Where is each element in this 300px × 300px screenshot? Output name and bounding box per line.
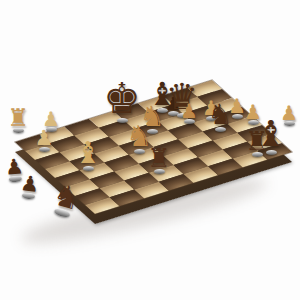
metal-base bbox=[13, 128, 24, 133]
metal-base bbox=[83, 166, 94, 171]
black-knight[interactable]: ♞ bbox=[202, 101, 238, 132]
black-rook[interactable]: ♜ bbox=[240, 128, 274, 157]
pawn-glyph: ♟ bbox=[35, 128, 54, 149]
rook-glyph: ♜ bbox=[147, 145, 170, 171]
wobble-chess-set-photo: ♜♟♟♝♞♞♟♟♟♟♟♚♝♛♟♞♝♜♜♟♟♞ bbox=[0, 0, 300, 300]
knight-glyph: ♞ bbox=[207, 101, 232, 129]
metal-base bbox=[184, 119, 195, 124]
pieces-layer: ♜♟♟♝♞♞♟♟♟♟♟♚♝♛♟♞♝♜♜♟♟♞ bbox=[0, 0, 300, 300]
metal-base bbox=[39, 147, 50, 152]
white-pawn[interactable]: ♟ bbox=[175, 101, 203, 124]
white-pawn[interactable]: ♟ bbox=[30, 128, 59, 152]
bishop-glyph: ♝ bbox=[75, 138, 102, 168]
black-rook[interactable]: ♜ bbox=[142, 145, 176, 174]
captured-black-knight[interactable]: ♞ bbox=[43, 177, 89, 221]
rook-glyph: ♜ bbox=[245, 128, 268, 154]
captured-black-pawn[interactable]: ♟ bbox=[13, 173, 44, 201]
white-bishop[interactable]: ♝ bbox=[69, 138, 107, 171]
metal-base bbox=[252, 152, 263, 157]
metal-base bbox=[215, 127, 226, 132]
metal-base bbox=[154, 169, 165, 174]
pawn-glyph: ♟ bbox=[180, 101, 198, 121]
rook-glyph: ♜ bbox=[7, 106, 29, 130]
metal-base bbox=[21, 192, 35, 199]
